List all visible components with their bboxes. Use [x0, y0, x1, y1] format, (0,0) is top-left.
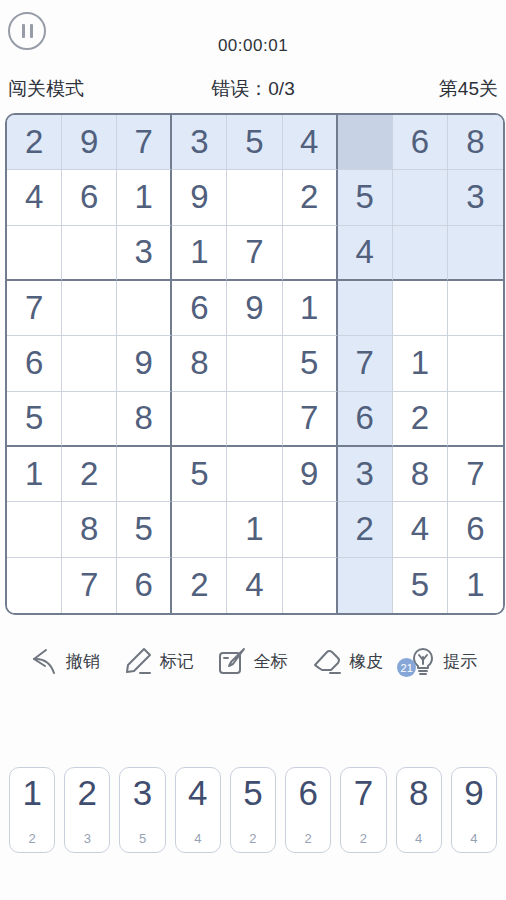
cell-r1c6[interactable]: 4 — [283, 115, 338, 170]
cell-r1c5[interactable]: 5 — [227, 115, 282, 170]
numpad-digit: 9 — [464, 770, 483, 816]
cell-r4c5[interactable]: 9 — [227, 281, 282, 336]
cell-r3c7[interactable]: 4 — [338, 226, 393, 281]
level-label: 第45关 — [439, 76, 498, 102]
numpad-button-1[interactable]: 12 — [9, 767, 55, 853]
cell-r9c6[interactable] — [283, 558, 338, 613]
cell-r5c4[interactable]: 8 — [172, 336, 227, 391]
cell-r4c7[interactable] — [338, 281, 393, 336]
cell-r3c5[interactable]: 7 — [227, 226, 282, 281]
timer: 00:00:01 — [0, 36, 506, 56]
cell-r8c9[interactable]: 6 — [448, 502, 503, 557]
cell-r3c4[interactable]: 1 — [172, 226, 227, 281]
numpad-button-9[interactable]: 94 — [451, 767, 497, 853]
numpad-remaining-count: 2 — [249, 832, 256, 845]
cell-r5c7[interactable]: 7 — [338, 336, 393, 391]
cell-r8c8[interactable]: 4 — [393, 502, 448, 557]
numpad-digit: 2 — [78, 770, 97, 816]
cell-r3c8[interactable] — [393, 226, 448, 281]
cell-r9c3[interactable]: 6 — [117, 558, 172, 613]
numpad-digit: 1 — [22, 770, 41, 816]
cell-r5c8[interactable]: 1 — [393, 336, 448, 391]
cell-r9c1[interactable] — [7, 558, 62, 613]
mark-all-button[interactable]: 全标 — [216, 646, 287, 676]
status-row: 错误：0/3 闯关模式 第45关 — [8, 76, 498, 102]
cell-r1c8[interactable]: 6 — [393, 115, 448, 170]
cell-r5c9[interactable] — [448, 336, 503, 391]
cell-r6c3[interactable]: 8 — [117, 392, 172, 447]
numpad-remaining-count: 4 — [415, 832, 422, 845]
cell-r6c9[interactable] — [448, 392, 503, 447]
cell-r2c6[interactable]: 2 — [283, 170, 338, 225]
cell-r5c6[interactable]: 5 — [283, 336, 338, 391]
cell-r9c8[interactable]: 5 — [393, 558, 448, 613]
pencil-icon — [123, 646, 155, 676]
numpad: 122335445262728494 — [9, 767, 497, 853]
cell-r8c2[interactable]: 8 — [62, 502, 117, 557]
cell-r5c3[interactable]: 9 — [117, 336, 172, 391]
numpad-digit: 8 — [409, 770, 428, 816]
hint-button[interactable]: 21 提示 — [406, 646, 477, 676]
numpad-remaining-count: 4 — [470, 832, 477, 845]
mark-all-label: 全标 — [253, 650, 287, 676]
cell-r9c7[interactable] — [338, 558, 393, 613]
numpad-remaining-count: 2 — [28, 832, 35, 845]
numpad-digit: 4 — [188, 770, 207, 816]
cell-r8c4[interactable] — [172, 502, 227, 557]
cell-r4c9[interactable] — [448, 281, 503, 336]
cell-r7c4[interactable]: 5 — [172, 447, 227, 502]
hint-label: 提示 — [443, 650, 477, 676]
cell-r7c7[interactable]: 3 — [338, 447, 393, 502]
cell-r3c3[interactable]: 3 — [117, 226, 172, 281]
mark-label: 标记 — [160, 650, 194, 676]
cell-r4c4[interactable]: 6 — [172, 281, 227, 336]
numpad-remaining-count: 3 — [84, 832, 91, 845]
cell-r2c7[interactable]: 5 — [338, 170, 393, 225]
cell-r2c1[interactable]: 4 — [7, 170, 62, 225]
mark-button[interactable]: 标记 — [123, 646, 194, 676]
cell-r9c9[interactable]: 1 — [448, 558, 503, 613]
numpad-remaining-count: 4 — [194, 832, 201, 845]
cell-r6c1[interactable]: 5 — [7, 392, 62, 447]
cell-r2c8[interactable] — [393, 170, 448, 225]
cell-r4c3[interactable] — [117, 281, 172, 336]
cell-r2c2[interactable]: 6 — [62, 170, 117, 225]
numpad-button-4[interactable]: 44 — [175, 767, 221, 853]
cell-r2c9[interactable]: 3 — [448, 170, 503, 225]
cell-r7c1[interactable]: 1 — [7, 447, 62, 502]
cell-r6c6[interactable]: 7 — [283, 392, 338, 447]
cell-r6c4[interactable] — [172, 392, 227, 447]
hint-count-badge: 21 — [397, 658, 416, 677]
numpad-remaining-count: 2 — [360, 832, 367, 845]
eraser-button[interactable]: 橡皮 — [310, 646, 383, 676]
numpad-button-2[interactable]: 23 — [64, 767, 110, 853]
cell-r1c4[interactable]: 3 — [172, 115, 227, 170]
cell-r7c8[interactable]: 8 — [393, 447, 448, 502]
numpad-digit: 6 — [298, 770, 317, 816]
numpad-remaining-count: 5 — [139, 832, 146, 845]
toolbar: 撤销 标记 全标 橡皮 — [0, 646, 506, 676]
cell-r1c1[interactable]: 2 — [7, 115, 62, 170]
cell-r4c6[interactable]: 1 — [283, 281, 338, 336]
pencil-square-icon — [216, 646, 248, 676]
cell-r8c7[interactable]: 2 — [338, 502, 393, 557]
numpad-digit: 7 — [354, 770, 373, 816]
cell-r7c3[interactable] — [117, 447, 172, 502]
numpad-button-6[interactable]: 62 — [285, 767, 331, 853]
cell-r6c2[interactable] — [62, 392, 117, 447]
cell-r5c5[interactable] — [227, 336, 282, 391]
numpad-remaining-count: 2 — [305, 832, 312, 845]
cell-r7c2[interactable]: 2 — [62, 447, 117, 502]
cell-r5c1[interactable]: 6 — [7, 336, 62, 391]
cell-r6c7[interactable]: 6 — [338, 392, 393, 447]
cell-r9c4[interactable]: 2 — [172, 558, 227, 613]
cell-r8c3[interactable]: 5 — [117, 502, 172, 557]
lightbulb-icon: 21 — [406, 646, 438, 676]
cell-r3c2[interactable] — [62, 226, 117, 281]
cell-r4c2[interactable] — [62, 281, 117, 336]
undo-label: 撤销 — [66, 650, 100, 676]
numpad-button-8[interactable]: 84 — [396, 767, 442, 853]
cell-r3c1[interactable] — [7, 226, 62, 281]
cell-r2c3[interactable]: 1 — [117, 170, 172, 225]
cell-r7c6[interactable]: 9 — [283, 447, 338, 502]
cell-r8c1[interactable] — [7, 502, 62, 557]
numpad-button-7[interactable]: 72 — [340, 767, 386, 853]
cell-r6c8[interactable]: 2 — [393, 392, 448, 447]
sudoku-grid: 2973546846192533174769169857158762125938… — [5, 113, 505, 615]
cell-r7c9[interactable]: 7 — [448, 447, 503, 502]
undo-icon — [29, 646, 61, 676]
cell-r4c8[interactable] — [393, 281, 448, 336]
cell-r3c6[interactable] — [283, 226, 338, 281]
cell-r2c4[interactable]: 9 — [172, 170, 227, 225]
cell-r8c5[interactable]: 1 — [227, 502, 282, 557]
numpad-digit: 3 — [133, 770, 152, 816]
eraser-label: 橡皮 — [349, 650, 383, 676]
cell-r2c5[interactable] — [227, 170, 282, 225]
cell-r1c2[interactable]: 9 — [62, 115, 117, 170]
eraser-icon — [310, 646, 344, 676]
cell-r9c2[interactable]: 7 — [62, 558, 117, 613]
cell-r4c1[interactable]: 7 — [7, 281, 62, 336]
cell-r8c6[interactable] — [283, 502, 338, 557]
cell-r3c9[interactable] — [448, 226, 503, 281]
numpad-button-3[interactable]: 35 — [119, 767, 165, 853]
cell-r6c5[interactable] — [227, 392, 282, 447]
cell-r1c3[interactable]: 7 — [117, 115, 172, 170]
cell-r1c9[interactable]: 8 — [448, 115, 503, 170]
undo-button[interactable]: 撤销 — [29, 646, 100, 676]
numpad-digit: 5 — [243, 770, 262, 816]
mode-label: 闯关模式 — [8, 76, 84, 102]
cell-r5c2[interactable] — [62, 336, 117, 391]
numpad-button-5[interactable]: 52 — [230, 767, 276, 853]
cell-r9c5[interactable]: 4 — [227, 558, 282, 613]
cell-r7c5[interactable] — [227, 447, 282, 502]
cell-r1c7[interactable] — [338, 115, 393, 170]
